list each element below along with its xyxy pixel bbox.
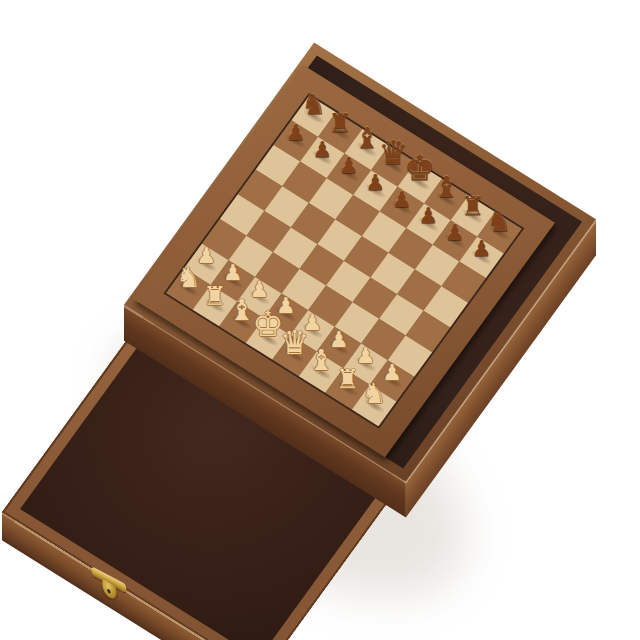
product-photo-scene: ♞♜♝♛♚♝♜♞♟♟♟♟♟♟♟♟♟♟♟♟♟♟♟♟♞♜♝♚♛♝♜♞	[0, 0, 640, 640]
chess-box: ♞♜♝♛♚♝♜♞♟♟♟♟♟♟♟♟♟♟♟♟♟♟♟♟♞♜♝♚♛♝♜♞	[124, 43, 596, 482]
